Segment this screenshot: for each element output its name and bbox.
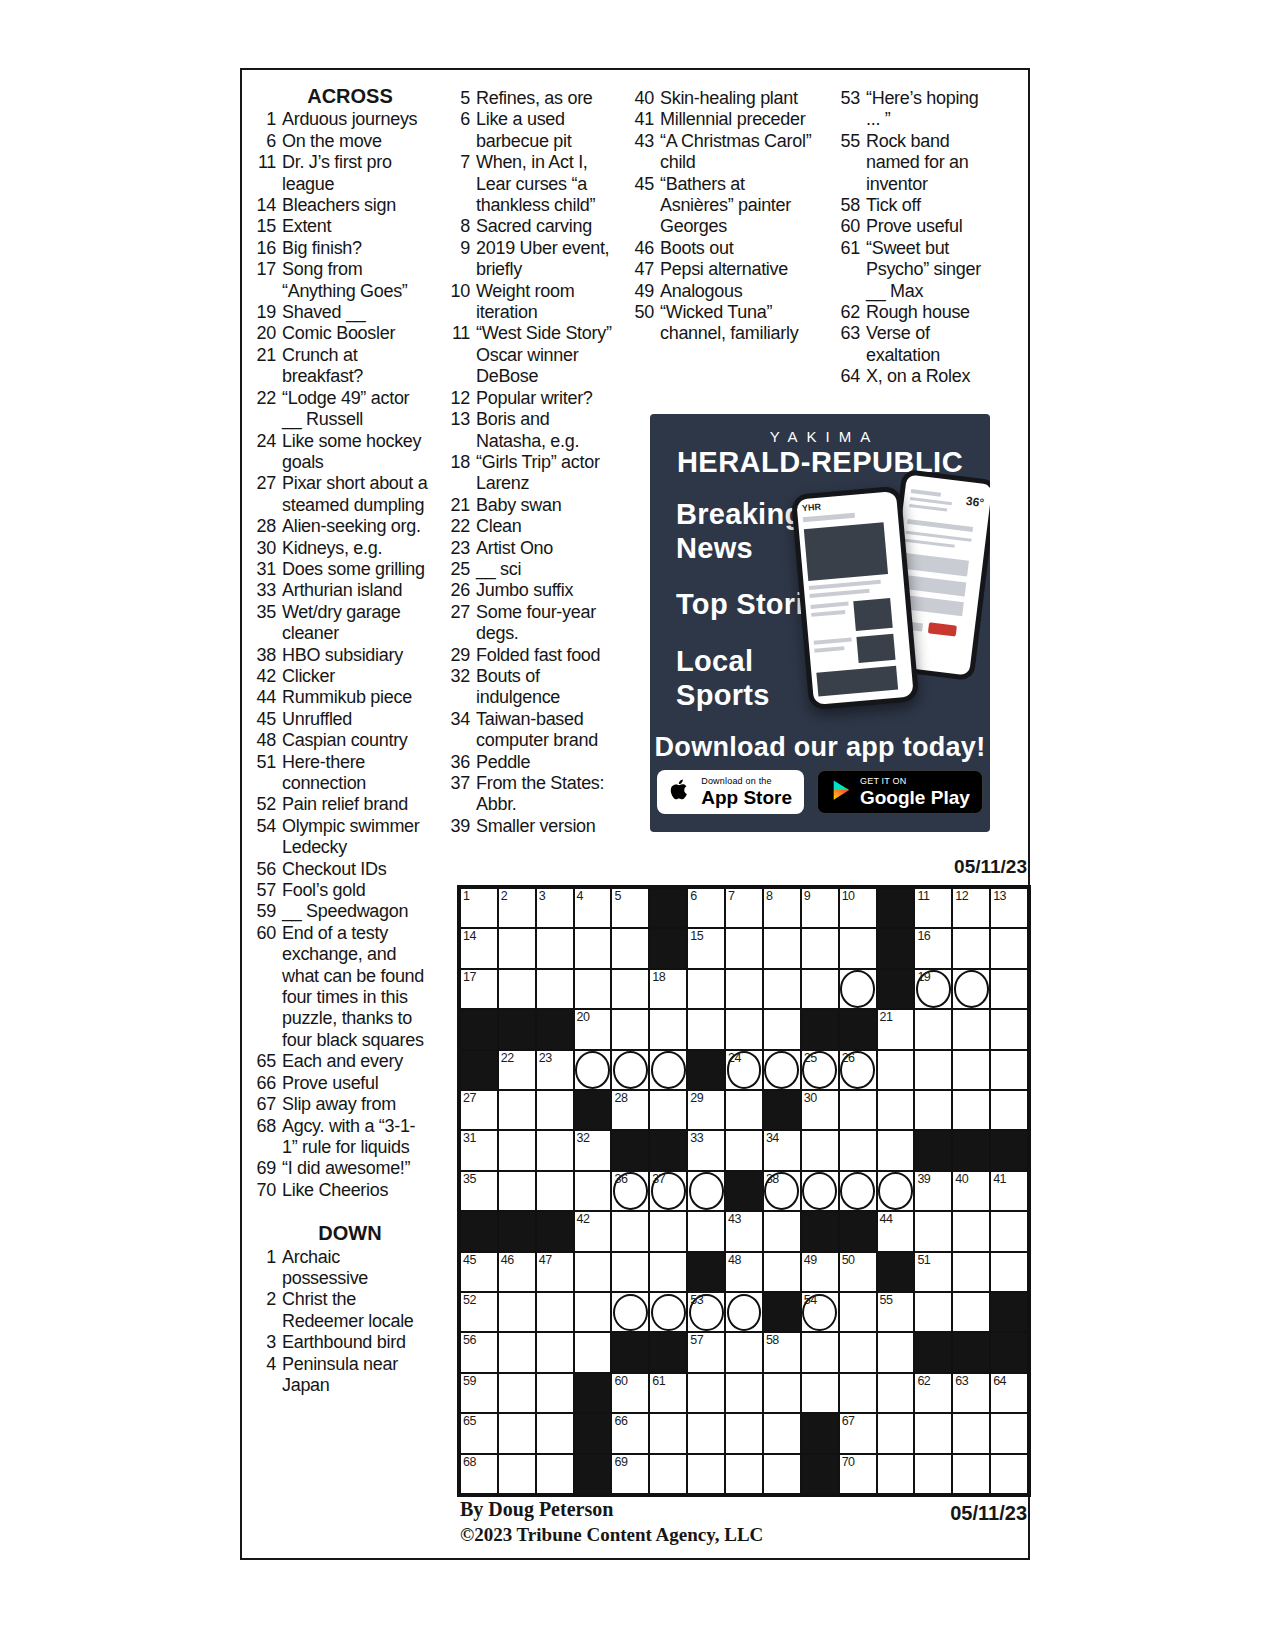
clue-across-6: 6On the move [252,131,450,152]
cell-r3c1[interactable]: 17 [460,969,498,1009]
cell-r6c10[interactable]: 30 [801,1090,839,1130]
cell-r11c13[interactable] [914,1292,952,1332]
clue-text: Archaic possessive [282,1247,428,1290]
black-cell [498,1211,536,1251]
cell-r8c11[interactable] [839,1171,877,1211]
cell-r3c7[interactable] [687,969,725,1009]
clue-number: 53 [834,88,866,109]
cell-r7c1[interactable]: 31 [460,1130,498,1170]
byline: By Doug Peterson [460,1498,613,1521]
cell-r8c13[interactable]: 39 [914,1171,952,1211]
cell-r3c11[interactable] [839,969,877,1009]
cell-r12c9[interactable]: 58 [763,1332,801,1372]
clue-down-36: 36Peddle [446,752,628,773]
cell-r9c4[interactable]: 42 [574,1211,612,1251]
cell-r10c14[interactable] [952,1252,990,1292]
cell-r12c2[interactable] [498,1332,536,1372]
clue-number: 1 [252,1247,282,1268]
cell-r14c3[interactable] [536,1413,574,1453]
cell-r2c14[interactable] [952,928,990,968]
cell-r5c14[interactable] [952,1050,990,1090]
clue-text: Dr. J’s first pro league [282,152,428,195]
cell-r8c12[interactable] [877,1171,915,1211]
cell-r2c2[interactable] [498,928,536,968]
cell-r1c13[interactable]: 11 [914,888,952,928]
cell-number-51: 51 [917,1253,930,1267]
cell-number-24: 24 [728,1051,741,1065]
cell-r13c3[interactable] [536,1373,574,1413]
cell-r6c3[interactable] [536,1090,574,1130]
clue-number: 46 [630,238,660,259]
clue-across-33: 33Arthurian island [252,580,450,601]
clue-down-21: 21Baby swan [446,495,628,516]
cell-r11c11[interactable] [839,1292,877,1332]
cell-r15c12[interactable] [877,1454,915,1494]
cell-r9c15[interactable] [990,1211,1028,1251]
cell-number-62: 62 [917,1374,930,1388]
cell-r13c13[interactable]: 62 [914,1373,952,1413]
google-play-badge[interactable]: GET IT ON Google Play [817,770,983,814]
black-cell [611,1130,649,1170]
cell-r4c14[interactable] [952,1009,990,1049]
cell-r2c3[interactable] [536,928,574,968]
cell-r7c3[interactable] [536,1130,574,1170]
cell-r6c11[interactable] [839,1090,877,1130]
clue-across-21: 21Crunch at breakfast? [252,345,450,388]
cell-r10c2[interactable]: 46 [498,1252,536,1292]
clue-number: 45 [630,174,660,195]
cell-r4c5[interactable] [611,1009,649,1049]
cell-r9c7[interactable] [687,1211,725,1251]
cell-r10c1[interactable]: 45 [460,1252,498,1292]
clue-text: Rock band named for an inventor [866,131,988,195]
cell-r11c2[interactable] [498,1292,536,1332]
clue-text: Baby swan [476,495,619,516]
cell-r6c7[interactable]: 29 [687,1090,725,1130]
cell-r6c5[interactable]: 28 [611,1090,649,1130]
cell-r9c13[interactable] [914,1211,952,1251]
theme-circle [840,1172,875,1209]
cell-r12c8[interactable] [725,1332,763,1372]
clue-across-42: 42Clicker [252,666,450,687]
cell-number-13: 13 [993,889,1006,903]
clue-text: Rough house [866,302,988,323]
cell-r15c1[interactable]: 68 [460,1454,498,1494]
cell-r12c7[interactable]: 57 [687,1332,725,1372]
cell-r8c15[interactable]: 41 [990,1171,1028,1211]
cell-r10c11[interactable]: 50 [839,1252,877,1292]
cell-r11c3[interactable] [536,1292,574,1332]
cell-r14c8[interactable] [725,1413,763,1453]
clue-number: 43 [630,131,660,152]
cell-r11c5[interactable] [611,1292,649,1332]
cell-r9c8[interactable]: 43 [725,1211,763,1251]
clue-text: “Here’s hoping ... ” [866,88,988,131]
cell-r1c9[interactable]: 8 [763,888,801,928]
cell-r15c2[interactable] [498,1454,536,1494]
clue-text: Slip away from [282,1094,428,1115]
cell-r6c1[interactable]: 27 [460,1090,498,1130]
cell-r2c7[interactable]: 15 [687,928,725,968]
clue-number: 45 [252,709,282,730]
clue-number: 20 [252,323,282,344]
cell-r2c13[interactable]: 16 [914,928,952,968]
black-cell [801,1211,839,1251]
cell-r8c1[interactable]: 35 [460,1171,498,1211]
cell-r6c2[interactable] [498,1090,536,1130]
clue-down-34: 34Taiwan-based computer brand [446,709,628,752]
cell-r14c15[interactable] [990,1413,1028,1453]
cell-r7c9[interactable]: 34 [763,1130,801,1170]
clue-across-65: 65Each and every [252,1051,450,1072]
cell-r3c14[interactable] [952,969,990,1009]
clue-number: 28 [252,516,282,537]
cell-r8c14[interactable]: 40 [952,1171,990,1211]
cell-r13c7[interactable] [687,1373,725,1413]
clue-number: 11 [446,323,476,344]
cell-r4c6[interactable] [649,1009,687,1049]
apple-logo-icon [669,777,693,807]
cell-r8c4[interactable] [574,1171,612,1211]
cell-r1c10[interactable]: 9 [801,888,839,928]
cell-r4c4[interactable]: 20 [574,1009,612,1049]
clue-number: 65 [252,1051,282,1072]
cell-r8c2[interactable] [498,1171,536,1211]
cell-r3c5[interactable] [611,969,649,1009]
cell-r15c8[interactable] [725,1454,763,1494]
cell-r5c9[interactable] [763,1050,801,1090]
cell-r4c13[interactable] [914,1009,952,1049]
cell-r15c6[interactable] [649,1454,687,1494]
cell-r5c13[interactable] [914,1050,952,1090]
clue-across-38: 38HBO subsidiary [252,645,450,666]
cell-r5c12[interactable] [877,1050,915,1090]
cell-r3c3[interactable] [536,969,574,1009]
clue-down-37: 37From the States: Abbr. [446,773,628,816]
cell-r9c9[interactable] [763,1211,801,1251]
clue-across-28: 28Alien-seeking org. [252,516,450,537]
clue-down-29: 29Folded fast food [446,645,628,666]
clue-text: Here-there connection [282,752,428,795]
clue-down-40: 40Skin-healing plant [630,88,818,109]
clue-text: Agcy. with a “3-1-1” rule for liquids [282,1116,428,1159]
clue-text: Alien-seeking org. [282,516,428,537]
cell-r13c15[interactable]: 64 [990,1373,1028,1413]
cell-r12c1[interactable]: 56 [460,1332,498,1372]
cell-r13c6[interactable]: 61 [649,1373,687,1413]
black-cell [801,1413,839,1453]
cell-r15c13[interactable] [914,1454,952,1494]
cell-r5c2[interactable]: 22 [498,1050,536,1090]
cell-number-45: 45 [463,1253,476,1267]
clue-number: 26 [446,580,476,601]
clue-number: 62 [834,302,866,323]
cell-r1c7[interactable]: 6 [687,888,725,928]
clue-text: Comic Boosler [282,323,428,344]
clue-text: Crunch at breakfast? [282,345,428,388]
clue-across-11: 11Dr. J’s first pro league [252,152,450,195]
clue-across-45: 45Unruffled [252,709,450,730]
cell-number-68: 68 [463,1455,476,1469]
clue-across-31: 31Does some grilling [252,559,450,580]
cell-r8c6[interactable]: 37 [649,1171,687,1211]
cell-r7c7[interactable]: 33 [687,1130,725,1170]
black-cell [877,1252,915,1292]
cell-r3c15[interactable] [990,969,1028,1009]
cell-r8c10[interactable] [801,1171,839,1211]
cell-r5c5[interactable] [611,1050,649,1090]
clue-across-67: 67Slip away from [252,1094,450,1115]
clue-text: From the States: Abbr. [476,773,619,816]
cell-number-38: 38 [766,1172,779,1186]
cell-r9c12[interactable]: 44 [877,1211,915,1251]
clue-number: 69 [252,1158,282,1179]
cell-r6c8[interactable] [725,1090,763,1130]
cell-r11c1[interactable]: 52 [460,1292,498,1332]
clue-number: 66 [252,1073,282,1094]
cell-r1c15[interactable]: 13 [990,888,1028,928]
clue-number: 22 [446,516,476,537]
cell-r14c12[interactable] [877,1413,915,1453]
cell-r14c2[interactable] [498,1413,536,1453]
cell-number-12: 12 [955,889,968,903]
cell-r14c9[interactable] [763,1413,801,1453]
cell-r14c5[interactable]: 66 [611,1413,649,1453]
cell-r3c6[interactable]: 18 [649,969,687,1009]
cell-r1c4[interactable]: 4 [574,888,612,928]
cell-r14c6[interactable] [649,1413,687,1453]
cell-r5c3[interactable]: 23 [536,1050,574,1090]
clue-across-69: 69“I did awesome!” [252,1158,450,1179]
cell-r8c3[interactable] [536,1171,574,1211]
cell-number-53: 53 [690,1293,703,1307]
black-cell [536,1211,574,1251]
cell-r1c14[interactable]: 12 [952,888,990,928]
cell-r15c3[interactable] [536,1454,574,1494]
cell-r12c11[interactable] [839,1332,877,1372]
cell-r3c13[interactable]: 19 [914,969,952,1009]
cell-r4c15[interactable] [990,1009,1028,1049]
cell-r13c12[interactable] [877,1373,915,1413]
cell-r5c4[interactable] [574,1050,612,1090]
cell-r13c14[interactable]: 63 [952,1373,990,1413]
cell-r13c8[interactable] [725,1373,763,1413]
cell-r7c2[interactable] [498,1130,536,1170]
cell-r1c2[interactable]: 2 [498,888,536,928]
cell-r5c6[interactable] [649,1050,687,1090]
cell-r3c4[interactable] [574,969,612,1009]
cell-r11c8[interactable] [725,1292,763,1332]
cell-r14c14[interactable] [952,1413,990,1453]
cell-r1c11[interactable]: 10 [839,888,877,928]
cell-r3c9[interactable] [763,969,801,1009]
clue-across-66: 66Prove useful [252,1073,450,1094]
cell-r1c3[interactable]: 3 [536,888,574,928]
cell-r2c4[interactable] [574,928,612,968]
cell-r13c10[interactable] [801,1373,839,1413]
cell-r6c14[interactable] [952,1090,990,1130]
cell-r15c7[interactable] [687,1454,725,1494]
cell-r6c6[interactable] [649,1090,687,1130]
black-cell [839,1009,877,1049]
cell-r10c10[interactable]: 49 [801,1252,839,1292]
cell-number-23: 23 [539,1051,552,1065]
cell-r6c12[interactable] [877,1090,915,1130]
clue-text: “Girls Trip” actor Larenz [476,452,619,495]
cell-r11c4[interactable] [574,1292,612,1332]
clue-across-59: 59__ Speedwagon [252,901,450,922]
clue-down-22: 22Clean [446,516,628,537]
black-cell [574,1454,612,1494]
cell-r3c2[interactable] [498,969,536,1009]
cell-number-6: 6 [690,889,696,903]
cell-r6c15[interactable] [990,1090,1028,1130]
cell-r1c1[interactable]: 1 [460,888,498,928]
app-store-badge[interactable]: Download on the App Store [657,770,804,814]
clue-across-51: 51Here-there connection [252,752,450,795]
clue-number: 32 [446,666,476,687]
clue-number: 59 [252,901,282,922]
cell-r11c6[interactable] [649,1292,687,1332]
cell-number-28: 28 [614,1091,627,1105]
cell-r4c8[interactable] [725,1009,763,1049]
clue-number: 33 [252,580,282,601]
cell-r2c8[interactable] [725,928,763,968]
black-cell [914,1130,952,1170]
cell-r10c15[interactable] [990,1252,1028,1292]
clue-text: Rummikub piece [282,687,428,708]
cell-r15c5[interactable]: 69 [611,1454,649,1494]
cell-r9c6[interactable] [649,1211,687,1251]
clue-text: Bleachers sign [282,195,428,216]
clue-number: 51 [252,752,282,773]
cell-number-25: 25 [804,1051,817,1065]
cell-r2c11[interactable] [839,928,877,968]
weather-temp: 36° [965,494,985,510]
cell-r2c15[interactable] [990,928,1028,968]
cell-r14c7[interactable] [687,1413,725,1453]
cell-r10c8[interactable]: 48 [725,1252,763,1292]
cell-r3c10[interactable] [801,969,839,1009]
cell-r8c5[interactable]: 36 [611,1171,649,1211]
cell-r14c11[interactable]: 67 [839,1413,877,1453]
clue-text: Artist Ono [476,538,619,559]
cell-r4c9[interactable] [763,1009,801,1049]
cell-r13c9[interactable] [763,1373,801,1413]
cell-number-42: 42 [577,1212,590,1226]
clue-text: “Wicked Tuna” channel, familiarly [660,302,812,345]
cell-r10c5[interactable] [611,1252,649,1292]
cell-number-54: 54 [804,1293,817,1307]
across-clues: 1Arduous journeys6On the move11Dr. J’s f… [252,109,450,1201]
cell-r6c13[interactable] [914,1090,952,1130]
cell-number-32: 32 [577,1131,590,1145]
cell-r15c11[interactable]: 70 [839,1454,877,1494]
cell-number-63: 63 [955,1374,968,1388]
clue-text: Prove useful [282,1073,428,1094]
cell-r2c5[interactable] [611,928,649,968]
cell-r5c8[interactable]: 24 [725,1050,763,1090]
black-cell [952,1332,990,1372]
cell-r15c9[interactable] [763,1454,801,1494]
copyright: ©2023 Tribune Content Agency, LLC [460,1524,763,1546]
clue-across-48: 48Caspian country [252,730,450,751]
black-cell [574,1373,612,1413]
clue-text: __ Speedwagon [282,901,428,922]
cell-r4c7[interactable] [687,1009,725,1049]
cell-r11c7[interactable]: 53 [687,1292,725,1332]
cell-r2c1[interactable]: 14 [460,928,498,968]
cell-r13c5[interactable]: 60 [611,1373,649,1413]
cell-r10c6[interactable] [649,1252,687,1292]
cell-r11c12[interactable]: 55 [877,1292,915,1332]
clue-number: 2 [252,1289,282,1310]
cell-r1c8[interactable]: 7 [725,888,763,928]
cell-r5c10[interactable]: 25 [801,1050,839,1090]
clue-number: 39 [446,816,476,837]
cell-r14c13[interactable] [914,1413,952,1453]
theme-circle [651,1051,686,1088]
cell-r2c9[interactable] [763,928,801,968]
cell-number-19: 19 [917,970,930,984]
clue-number: 48 [252,730,282,751]
cell-r14c1[interactable]: 65 [460,1413,498,1453]
cell-r5c15[interactable] [990,1050,1028,1090]
cell-r10c13[interactable]: 51 [914,1252,952,1292]
cell-r3c8[interactable] [725,969,763,1009]
cell-r10c9[interactable] [763,1252,801,1292]
cell-r10c4[interactable] [574,1252,612,1292]
theme-circle [954,970,989,1007]
cell-r13c1[interactable]: 59 [460,1373,498,1413]
cell-r7c4[interactable]: 32 [574,1130,612,1170]
clue-text: Verse of exaltation [866,323,988,366]
cell-r5c11[interactable]: 26 [839,1050,877,1090]
cell-r13c11[interactable] [839,1373,877,1413]
clue-text: Jumbo suffix [476,580,619,601]
cell-r15c14[interactable] [952,1454,990,1494]
cell-r7c10[interactable] [801,1130,839,1170]
cell-r9c5[interactable] [611,1211,649,1251]
cell-r12c3[interactable] [536,1332,574,1372]
cell-r2c10[interactable] [801,928,839,968]
clue-text: Weight room iteration [476,281,619,324]
cell-number-2: 2 [501,889,507,903]
cell-r15c15[interactable] [990,1454,1028,1494]
cell-number-40: 40 [955,1172,968,1186]
cell-r11c14[interactable] [952,1292,990,1332]
cell-r12c4[interactable] [574,1332,612,1372]
cell-r9c14[interactable] [952,1211,990,1251]
cell-r8c9[interactable]: 38 [763,1171,801,1211]
cell-r7c8[interactable] [725,1130,763,1170]
clue-text: Peddle [476,752,619,773]
cell-r4c12[interactable]: 21 [877,1009,915,1049]
cell-r12c12[interactable] [877,1332,915,1372]
cell-r13c2[interactable] [498,1373,536,1413]
cell-r8c7[interactable] [687,1171,725,1211]
cell-r12c10[interactable] [801,1332,839,1372]
cell-r7c12[interactable] [877,1130,915,1170]
clue-text: Song from “Anything Goes” [282,259,428,302]
clue-across-54: 54Olympic swimmer Ledecky [252,816,450,859]
cell-r1c5[interactable]: 5 [611,888,649,928]
cell-r10c3[interactable]: 47 [536,1252,574,1292]
cell-r7c11[interactable] [839,1130,877,1170]
cell-r11c10[interactable]: 54 [801,1292,839,1332]
google-play-icon [830,778,852,806]
cell-number-3: 3 [539,889,545,903]
